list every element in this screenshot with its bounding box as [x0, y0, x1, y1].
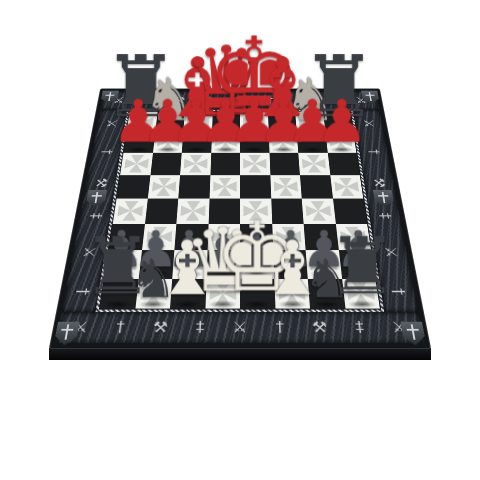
maltese-cross-icon	[275, 226, 301, 247]
square-c3[interactable]	[174, 224, 208, 251]
square-g5[interactable]	[300, 175, 333, 199]
maltese-cross-icon	[156, 134, 180, 150]
square-h1[interactable]	[342, 278, 380, 308]
maltese-cross-icon	[187, 114, 210, 130]
square-g1[interactable]	[308, 278, 345, 308]
square-e5[interactable]	[240, 175, 271, 199]
maltese-cross-icon	[117, 201, 144, 221]
square-b6[interactable]	[150, 153, 182, 175]
maltese-cross-icon	[130, 114, 154, 130]
maltese-cross-icon	[309, 253, 337, 275]
square-a7[interactable]	[123, 132, 155, 153]
square-a6[interactable]	[120, 153, 152, 175]
square-a2[interactable]	[104, 250, 141, 278]
maltese-cross-icon	[305, 201, 331, 221]
maltese-cross-icon	[176, 253, 203, 275]
square-b8[interactable]	[155, 112, 185, 132]
square-h7[interactable]	[325, 132, 357, 153]
square-d4[interactable]	[208, 199, 240, 224]
square-a4[interactable]	[113, 199, 148, 224]
square-g8[interactable]	[295, 112, 325, 132]
square-d8[interactable]	[212, 112, 240, 132]
maltese-cross-icon	[243, 114, 265, 130]
crossed-swords-icon: ⚔	[232, 320, 247, 335]
square-b1[interactable]	[135, 278, 172, 308]
crossed-swords-icon: ⚔	[80, 246, 97, 258]
square-d3[interactable]	[207, 224, 240, 251]
hammer-and-pick-icon: ⚒	[371, 177, 387, 187]
chess-set-scene: ⚔†⚒‡⚔†⚒‡⚔ ⚔†⚒‡⚔†⚒‡⚔ ⚔†⚒‡⚔† ⚔†⚒‡⚔† ♜♞♝♛♚♝…	[0, 0, 480, 480]
square-c2[interactable]	[172, 250, 207, 278]
square-d1[interactable]	[205, 278, 240, 308]
double-dagger-icon: ‡	[88, 213, 104, 219]
square-e3[interactable]	[240, 224, 273, 251]
square-f7[interactable]	[268, 132, 298, 153]
square-a1[interactable]	[100, 278, 138, 308]
maltese-cross-icon	[109, 253, 138, 275]
square-h6[interactable]	[327, 153, 359, 175]
dagger-icon: †	[366, 149, 380, 154]
maltese-cross-icon	[272, 134, 295, 150]
square-f1[interactable]	[274, 278, 310, 308]
square-f8[interactable]	[268, 112, 297, 132]
maltese-cross-icon	[214, 134, 237, 150]
square-e8[interactable]	[240, 112, 268, 132]
square-d2[interactable]	[206, 250, 240, 278]
square-f3[interactable]	[272, 224, 306, 251]
square-c1[interactable]	[170, 278, 206, 308]
square-a8[interactable]	[127, 112, 158, 132]
square-b4[interactable]	[145, 199, 179, 224]
square-d7[interactable]	[211, 132, 240, 153]
crossed-swords-icon: ⚔	[382, 246, 399, 258]
maltese-cross-icon	[298, 114, 321, 130]
square-e6[interactable]	[240, 153, 270, 175]
maltese-cross-icon	[139, 282, 168, 306]
dagger-icon: †	[389, 288, 406, 295]
square-b5[interactable]	[147, 175, 180, 199]
square-h2[interactable]	[338, 250, 375, 278]
square-f2[interactable]	[273, 250, 308, 278]
board-front-edge	[49, 348, 431, 360]
square-c7[interactable]	[182, 132, 212, 153]
hammer-and-pick-icon: ⚒	[312, 320, 328, 335]
maltese-cross-icon	[333, 177, 359, 195]
square-g4[interactable]	[302, 199, 336, 224]
maltese-cross-icon	[243, 201, 268, 221]
maltese-cross-icon	[209, 282, 236, 306]
maltese-cross-icon	[145, 226, 172, 247]
maltese-cross-icon	[180, 201, 206, 221]
square-g3[interactable]	[304, 224, 339, 251]
square-g6[interactable]	[298, 153, 330, 175]
square-e4[interactable]	[240, 199, 272, 224]
square-b3[interactable]	[142, 224, 177, 251]
maltese-cross-icon	[278, 282, 306, 306]
square-e1[interactable]	[240, 278, 275, 308]
square-h5[interactable]	[330, 175, 364, 199]
square-h8[interactable]	[323, 112, 354, 132]
maltese-cross-icon	[151, 177, 176, 195]
crossed-swords-icon: ⚔	[361, 119, 375, 127]
hammer-and-pick-icon: ⚒	[93, 177, 109, 187]
square-h3[interactable]	[335, 224, 371, 251]
maltese-cross-icon	[328, 134, 353, 150]
square-c6[interactable]	[180, 153, 211, 175]
square-f6[interactable]	[269, 153, 300, 175]
maltese-cross-icon	[124, 155, 149, 172]
square-g2[interactable]	[306, 250, 342, 278]
maltese-cross-icon	[213, 177, 237, 195]
maltese-cross-icon	[184, 155, 208, 172]
double-dagger-icon: ‡	[377, 213, 393, 219]
square-c8[interactable]	[183, 112, 212, 132]
maltese-cross-icon	[273, 177, 298, 195]
square-e2[interactable]	[240, 250, 274, 278]
maltese-cross-icon	[211, 226, 237, 247]
double-dagger-icon: ‡	[355, 320, 365, 335]
dagger-icon: †	[74, 288, 91, 295]
square-c4[interactable]	[176, 199, 209, 224]
crossed-swords-icon: ⚔	[104, 119, 118, 127]
maltese-cross-icon	[346, 282, 376, 306]
square-e7[interactable]	[240, 132, 269, 153]
square-f4[interactable]	[271, 199, 304, 224]
square-a3[interactable]	[109, 224, 145, 251]
square-h4[interactable]	[333, 199, 368, 224]
maltese-cross-icon	[243, 155, 266, 172]
maltese-cross-icon	[244, 253, 270, 275]
square-d5[interactable]	[209, 175, 240, 199]
dagger-icon: †	[115, 320, 125, 335]
maltese-cross-icon	[339, 226, 367, 247]
double-dagger-icon: ‡	[196, 320, 205, 335]
maltese-cross-icon	[302, 155, 327, 172]
square-b7[interactable]	[153, 132, 184, 153]
playing-field	[100, 112, 380, 309]
square-b2[interactable]	[138, 250, 174, 278]
square-c5[interactable]	[178, 175, 210, 199]
square-g7[interactable]	[297, 132, 328, 153]
dagger-icon: †	[275, 320, 284, 335]
square-d6[interactable]	[210, 153, 240, 175]
chess-board: ⚔†⚒‡⚔†⚒‡⚔ ⚔†⚒‡⚔†⚒‡⚔ ⚔†⚒‡⚔† ⚔†⚒‡⚔† ♜♞♝♛♚♝…	[50, 89, 430, 348]
square-a5[interactable]	[117, 175, 151, 199]
hammer-and-pick-icon: ⚒	[152, 320, 168, 335]
dagger-icon: †	[99, 149, 113, 154]
square-f5[interactable]	[270, 175, 302, 199]
